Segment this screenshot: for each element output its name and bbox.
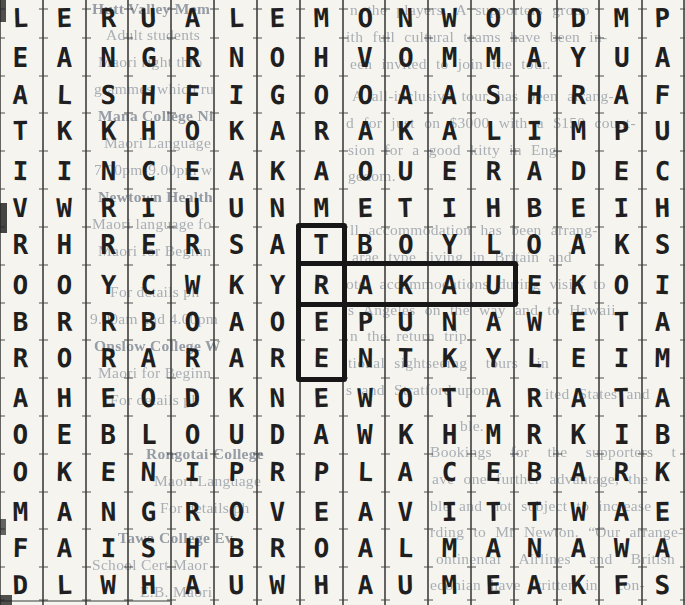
grid-cell-r5c4[interactable]: C xyxy=(127,152,170,190)
grid-cell-r9c4[interactable]: B xyxy=(127,302,170,340)
grid-cell-r2c16[interactable]: A xyxy=(641,39,684,77)
grid-cell-r13c1[interactable]: O xyxy=(0,452,42,491)
grid-cell-r11c12[interactable]: A xyxy=(471,378,515,417)
grid-cell-r16c16[interactable]: S xyxy=(641,566,685,605)
grid-cell-r1c12[interactable]: O xyxy=(471,0,515,37)
grid-cell-r9c6[interactable]: A xyxy=(215,302,258,340)
grid-cell-r14c16[interactable]: E xyxy=(641,492,684,530)
grid-cell-r9c9[interactable]: P xyxy=(343,302,386,340)
grid-cell-r13c8[interactable]: P xyxy=(299,452,343,491)
grid-cell-r4c1[interactable]: T xyxy=(0,112,42,150)
grid-cell-r16c2[interactable]: L xyxy=(42,566,86,605)
grid-cell-r16c6[interactable]: U xyxy=(214,566,258,605)
grid-cell-r10c4[interactable]: A xyxy=(127,339,170,377)
grid-cell-r3c5[interactable]: F xyxy=(171,75,215,114)
grid-cell-r4c2[interactable]: K xyxy=(43,112,86,150)
grid-cell-r7c6[interactable]: S xyxy=(215,226,258,264)
grid-cell-r4c3[interactable]: K xyxy=(86,112,129,150)
grid-cell-r6c7[interactable]: N xyxy=(255,188,299,227)
grid-cell-r13c13[interactable]: B xyxy=(512,452,556,491)
grid-cell-r15c16[interactable]: A xyxy=(641,529,684,567)
grid-cell-r5c12[interactable]: R xyxy=(472,152,515,190)
grid-cell-r15c8[interactable]: O xyxy=(299,529,342,567)
grid-cell-r6c4[interactable]: I xyxy=(127,188,171,227)
grid-cell-r14c13[interactable]: T xyxy=(512,492,555,530)
grid-cell-r16c3[interactable]: W xyxy=(86,566,130,605)
grid-cell-r2c13[interactable]: A xyxy=(513,39,556,77)
grid-cell-r14c11[interactable]: I xyxy=(428,492,471,530)
grid-cell-r4c6[interactable]: K xyxy=(215,112,258,150)
grid-cell-r2c10[interactable]: O xyxy=(384,39,427,77)
grid-cell-r8c3[interactable]: Y xyxy=(86,265,130,304)
grid-cell-r1c6[interactable]: L xyxy=(214,0,258,37)
grid-cell-r1c13[interactable]: O xyxy=(512,0,556,37)
grid-cell-r9c1[interactable]: B xyxy=(0,302,42,340)
grid-cell-r11c3[interactable]: E xyxy=(86,378,130,417)
grid-cell-r1c10[interactable]: N xyxy=(384,0,428,37)
grid-cell-r8c16[interactable]: I xyxy=(641,265,685,304)
grid-cell-r11c15[interactable]: T xyxy=(600,378,644,417)
grid-cell-r10c2[interactable]: O xyxy=(43,339,86,377)
grid-cell-r3c2[interactable]: L xyxy=(42,75,86,114)
grid-cell-r16c9[interactable]: A xyxy=(343,566,387,605)
grid-cell-r1c7[interactable]: E xyxy=(255,0,299,37)
scan-smudge xyxy=(0,0,6,22)
grid-cell-r11c13[interactable]: R xyxy=(512,378,556,417)
grid-cell-r10c7[interactable]: R xyxy=(256,339,299,377)
grid-cell-r2c6[interactable]: N xyxy=(215,39,258,77)
grid-cell-r16c12[interactable]: E xyxy=(471,566,515,605)
grid-cell-r12c5[interactable]: O xyxy=(171,416,214,454)
grid-cell-r8c5[interactable]: W xyxy=(171,265,215,304)
grid-cell-r4c15[interactable]: P xyxy=(600,112,643,150)
grid-cell-r8c2[interactable]: O xyxy=(42,265,86,304)
grid-cell-r8c1[interactable]: O xyxy=(0,265,42,304)
grid-cell-r12c3[interactable]: B xyxy=(87,416,130,454)
grid-cell-r10c12[interactable]: Y xyxy=(472,339,515,377)
grid-cell-r3c14[interactable]: R xyxy=(556,75,600,114)
grid-cell-r13c7[interactable]: R xyxy=(255,452,299,491)
grid-cell-r14c5[interactable]: R xyxy=(171,492,214,530)
grid-cell-r10c6[interactable]: A xyxy=(215,339,258,377)
grid-cell-r6c11[interactable]: I xyxy=(428,188,472,227)
grid-cell-r11c1[interactable]: A xyxy=(0,378,42,417)
grid-cell-r8c4[interactable]: C xyxy=(127,265,171,304)
grid-cell-r9c15[interactable]: T xyxy=(600,302,643,340)
scan-smudge xyxy=(0,600,170,602)
grid-cell-r2c14[interactable]: Y xyxy=(557,39,600,77)
grid-cell-r14c9[interactable]: A xyxy=(343,492,386,530)
grid-cell-r16c14[interactable]: K xyxy=(556,566,600,605)
grid-cell-r10c13[interactable]: L xyxy=(512,339,555,377)
grid-cell-r2c3[interactable]: N xyxy=(87,39,130,77)
grid-cell-r4c12[interactable]: L xyxy=(472,112,515,150)
grid-cell-r9c16[interactable]: A xyxy=(641,302,684,340)
grid-cell-r14c12[interactable]: T xyxy=(472,492,515,530)
grid-cell-r6c8[interactable]: M xyxy=(299,188,343,227)
grid-cell-r11c4[interactable]: O xyxy=(127,378,171,417)
grid-cell-r7c2[interactable]: H xyxy=(43,226,86,264)
grid-cell-r3c11[interactable]: A xyxy=(428,75,472,114)
grid-cell-r11c8[interactable]: E xyxy=(299,378,343,417)
grid-cell-r8c15[interactable]: O xyxy=(600,265,644,304)
grid-cell-r12c15[interactable]: I xyxy=(600,416,643,454)
grid-cell-r15c6[interactable]: B xyxy=(215,529,258,567)
grid-cell-r7c5[interactable]: R xyxy=(171,226,214,264)
grid-cell-r13c2[interactable]: K xyxy=(42,452,86,491)
scan-smudge xyxy=(0,203,7,233)
grid-cell-r13c10[interactable]: A xyxy=(384,452,428,491)
grid-cell-r9c2[interactable]: R xyxy=(43,302,86,340)
grid-cell-r7c7[interactable]: A xyxy=(256,226,299,264)
grid-cell-r1c5[interactable]: A xyxy=(171,0,215,37)
grid-cell-r14c14[interactable]: W xyxy=(556,492,599,530)
grid-cell-r12c1[interactable]: O xyxy=(0,416,42,454)
grid-cell-r10c5[interactable]: R xyxy=(171,339,214,377)
grid-cell-r13c15[interactable]: R xyxy=(600,452,644,491)
grid-cell-r10c15[interactable]: I xyxy=(600,339,643,377)
grid-cell-r2c7[interactable]: O xyxy=(256,39,299,77)
grid-cell-r3c12[interactable]: S xyxy=(471,75,515,114)
grid-cell-r6c12[interactable]: H xyxy=(471,188,515,227)
grid-cell-r16c10[interactable]: U xyxy=(384,566,428,605)
grid-cell-r2c4[interactable]: G xyxy=(127,39,170,77)
grid-cell-r4c8[interactable]: R xyxy=(299,112,342,150)
grid-cell-r3c6[interactable]: I xyxy=(214,75,258,114)
grid-cell-r2c2[interactable]: A xyxy=(43,39,86,77)
grid-cell-r3c7[interactable]: G xyxy=(255,75,299,114)
grid-cell-r15c2[interactable]: A xyxy=(43,529,86,567)
grid-cell-r15c11[interactable]: M xyxy=(428,529,471,567)
grid-cell-r1c3[interactable]: R xyxy=(86,0,130,37)
grid-cell-r5c2[interactable]: I xyxy=(43,152,86,190)
grid-cell-r14c15[interactable]: A xyxy=(600,492,643,530)
grid-cell-r14c2[interactable]: A xyxy=(43,492,86,530)
grid-cell-r12c2[interactable]: E xyxy=(43,416,86,454)
grid-cell-r10c16[interactable]: M xyxy=(641,339,684,377)
grid-cell-r11c14[interactable]: A xyxy=(556,378,600,417)
grid-cell-r14c1[interactable]: M xyxy=(0,492,42,530)
grid-cell-r12c14[interactable]: K xyxy=(557,416,600,454)
grid-cell-r11c16[interactable]: A xyxy=(641,378,685,417)
grid-cell-r1c14[interactable]: D xyxy=(556,0,600,37)
grid-cell-r6c15[interactable]: I xyxy=(600,188,644,227)
grid-cell-r4c5[interactable]: O xyxy=(171,112,214,150)
grid-cell-r13c5[interactable]: I xyxy=(171,452,215,491)
grid-cell-r15c9[interactable]: A xyxy=(343,529,386,567)
grid-cell-r14c4[interactable]: G xyxy=(127,492,170,530)
grid-cell-r3c13[interactable]: H xyxy=(512,75,556,114)
grid-cell-r16c7[interactable]: W xyxy=(255,566,299,605)
grid-cell-r4c4[interactable]: H xyxy=(127,112,170,150)
grid-cell-r11c10[interactable]: O xyxy=(384,378,428,417)
grid-cell-r9c3[interactable]: R xyxy=(86,302,129,340)
grid-cell-r13c16[interactable]: K xyxy=(641,452,685,491)
grid-cell-r8c14[interactable]: K xyxy=(556,265,600,304)
grid-cell-r3c10[interactable]: A xyxy=(384,75,428,114)
grid-cell-r7c13[interactable]: O xyxy=(513,226,556,264)
grid-cell-r11c2[interactable]: H xyxy=(42,378,86,417)
grid-cell-r4c11[interactable]: A xyxy=(428,112,471,150)
grid-cell-r15c10[interactable]: L xyxy=(384,529,427,567)
grid-cell-r2c8[interactable]: H xyxy=(300,39,343,77)
grid-cell-r7c16[interactable]: S xyxy=(641,226,684,264)
grid-cell-r10c9[interactable]: N xyxy=(343,339,386,377)
grid-cell-r9c13[interactable]: W xyxy=(512,302,555,340)
grid-cell-r16c5[interactable]: A xyxy=(171,566,215,605)
grid-cell-r14c8[interactable]: E xyxy=(299,492,342,530)
grid-cell-r16c4[interactable]: H xyxy=(127,566,171,605)
grid-cell-r4c10[interactable]: K xyxy=(384,112,427,150)
grid-cell-r7c11[interactable]: Y xyxy=(428,226,471,264)
grid-cell-r7c12[interactable]: L xyxy=(472,226,515,264)
grid-cell-r1c1[interactable]: L xyxy=(0,0,42,37)
word-search-page: Hutt Valley MemAdult studentsMaori right… xyxy=(0,0,685,605)
grid-cell-r12c4[interactable]: L xyxy=(127,416,170,454)
grid-cell-r6c2[interactable]: W xyxy=(42,188,86,227)
grid-cell-r13c4[interactable]: N xyxy=(127,452,171,491)
grid-cell-r9c11[interactable]: N xyxy=(428,302,471,340)
grid-cell-r3c9[interactable]: O xyxy=(343,75,387,114)
grid-cell-r5c16[interactable]: C xyxy=(641,152,684,190)
grid-cell-r15c13[interactable]: N xyxy=(512,529,555,567)
grid-cell-r12c8[interactable]: A xyxy=(300,416,343,454)
grid-cell-r5c1[interactable]: I xyxy=(0,152,42,190)
grid-cell-r2c12[interactable]: M xyxy=(472,39,515,77)
grid-cell-r9c7[interactable]: O xyxy=(256,302,299,340)
grid-cell-r6c14[interactable]: E xyxy=(556,188,600,227)
grid-cell-r15c5[interactable]: H xyxy=(171,529,214,567)
grid-cell-r7c10[interactable]: O xyxy=(384,226,427,264)
grid-cell-r3c16[interactable]: F xyxy=(641,75,685,114)
scan-smudge xyxy=(0,519,6,535)
grid-cell-r4c16[interactable]: U xyxy=(641,112,684,150)
grid-cell-r10c1[interactable]: R xyxy=(0,339,42,377)
grid-cell-r4c9[interactable]: A xyxy=(343,112,386,150)
grid-cell-r13c12[interactable]: E xyxy=(471,452,515,491)
grid-cell-r15c4[interactable]: S xyxy=(127,529,170,567)
grid-cell-r15c3[interactable]: I xyxy=(86,529,129,567)
grid-cell-r11c6[interactable]: K xyxy=(214,378,258,417)
grid-cell-r13c6[interactable]: P xyxy=(214,452,258,491)
grid-cell-r1c11[interactable]: W xyxy=(428,0,472,37)
grid-cell-r11c9[interactable]: W xyxy=(343,378,387,417)
grid-cell-r2c11[interactable]: M xyxy=(428,39,471,77)
grid-cell-r7c3[interactable]: R xyxy=(87,226,130,264)
grid-cell-r14c10[interactable]: V xyxy=(384,492,427,530)
grid-cell-r1c4[interactable]: U xyxy=(127,0,171,37)
grid-cell-r3c8[interactable]: O xyxy=(299,75,343,114)
grid-cell-r3c15[interactable]: A xyxy=(600,75,644,114)
grid-cell-r10c14[interactable]: E xyxy=(556,339,599,377)
grid-cell-r12c6[interactable]: U xyxy=(215,416,258,454)
grid-cell-r13c9[interactable]: L xyxy=(343,452,387,491)
grid-cell-r6c13[interactable]: B xyxy=(512,188,556,227)
grid-cell-r10c10[interactable]: T xyxy=(384,339,427,377)
grid-cell-r6c5[interactable]: U xyxy=(171,188,215,227)
grid-cell-r9c14[interactable]: E xyxy=(556,302,599,340)
grid-cell-r8c6[interactable]: K xyxy=(214,265,258,304)
grid-cell-r1c16[interactable]: P xyxy=(641,0,685,37)
grid-cell-r1c8[interactable]: M xyxy=(299,0,343,37)
grid-cell-r2c9[interactable]: V xyxy=(344,39,387,77)
grid-cell-r5c9[interactable]: O xyxy=(343,152,386,190)
grid-cell-r12c10[interactable]: K xyxy=(384,416,427,454)
grid-cell-r10c11[interactable]: K xyxy=(428,339,471,377)
grid-cell-r9c5[interactable]: O xyxy=(171,302,214,340)
grid-cell-r12c13[interactable]: R xyxy=(513,416,556,454)
grid-cell-r6c6[interactable]: U xyxy=(214,188,258,227)
grid-cell-r6c3[interactable]: R xyxy=(86,188,130,227)
grid-cell-r16c15[interactable]: F xyxy=(600,566,644,605)
grid-cell-r4c13[interactable]: I xyxy=(512,112,555,150)
grid-cell-r4c14[interactable]: M xyxy=(556,112,599,150)
grid-cell-r5c10[interactable]: U xyxy=(384,152,427,190)
grid-cell-r5c3[interactable]: N xyxy=(86,152,129,190)
grid-cell-r7c15[interactable]: K xyxy=(600,226,643,264)
grid-cell-r7c9[interactable]: B xyxy=(344,226,387,264)
grid-cell-r5c13[interactable]: A xyxy=(512,152,555,190)
grid-cell-r13c11[interactable]: C xyxy=(428,452,472,491)
grid-cell-r5c15[interactable]: E xyxy=(600,152,643,190)
grid-cell-r1c15[interactable]: M xyxy=(600,0,644,37)
grid-cell-r12c11[interactable]: H xyxy=(428,416,471,454)
grid-cell-r2c5[interactable]: R xyxy=(171,39,214,77)
grid-cell-r12c16[interactable]: B xyxy=(641,416,684,454)
grid-cell-r3c1[interactable]: A xyxy=(0,75,42,114)
grid-cell-r5c11[interactable]: E xyxy=(428,152,471,190)
grid-cell-r5c7[interactable]: K xyxy=(256,152,299,190)
grid-cell-r5c8[interactable]: A xyxy=(299,152,342,190)
grid-cell-r14c7[interactable]: V xyxy=(256,492,299,530)
grid-cell-r13c14[interactable]: A xyxy=(556,452,600,491)
grid-cell-r4c7[interactable]: A xyxy=(256,112,299,150)
grid-cell-r15c7[interactable]: R xyxy=(256,529,299,567)
grid-cell-r11c7[interactable]: N xyxy=(255,378,299,417)
grid-cell-r12c7[interactable]: D xyxy=(256,416,299,454)
grid-cell-r1c9[interactable]: O xyxy=(343,0,387,37)
grid-cell-r15c1[interactable]: F xyxy=(0,529,42,567)
grid-cell-r1c2[interactable]: E xyxy=(42,0,86,37)
grid-cell-r9c10[interactable]: U xyxy=(384,302,427,340)
grid-cell-r2c1[interactable]: E xyxy=(0,39,42,77)
grid-cell-r16c13[interactable]: A xyxy=(512,566,556,605)
marked-word-box-rakau xyxy=(296,261,518,307)
grid-cell-r7c4[interactable]: E xyxy=(127,226,170,264)
grid-cell-r3c4[interactable]: H xyxy=(127,75,171,114)
grid-cell-r8c13[interactable]: E xyxy=(512,265,556,304)
grid-cell-r11c11[interactable]: T xyxy=(428,378,472,417)
grid-cell-r15c14[interactable]: A xyxy=(556,529,599,567)
grid-cell-r5c14[interactable]: D xyxy=(556,152,599,190)
grid-cell-r16c11[interactable]: M xyxy=(428,566,472,605)
grid-cell-r2c15[interactable]: U xyxy=(600,39,643,77)
grid-cell-r16c8[interactable]: H xyxy=(299,566,343,605)
grid-cell-r15c12[interactable]: A xyxy=(472,529,515,567)
grid-cell-r14c3[interactable]: N xyxy=(86,492,129,530)
grid-cell-r6c9[interactable]: E xyxy=(343,188,387,227)
grid-cell-r5c6[interactable]: A xyxy=(215,152,258,190)
grid-cell-r15c15[interactable]: W xyxy=(600,529,643,567)
grid-cell-r14c6[interactable]: O xyxy=(215,492,258,530)
grid-cell-r12c9[interactable]: W xyxy=(344,416,387,454)
grid-cell-r3c3[interactable]: S xyxy=(86,75,130,114)
grid-cell-r12c12[interactable]: M xyxy=(472,416,515,454)
grid-cell-r6c16[interactable]: H xyxy=(641,188,685,227)
grid-cell-r13c3[interactable]: E xyxy=(86,452,130,491)
grid-cell-r10c3[interactable]: R xyxy=(86,339,129,377)
grid-cell-r6c10[interactable]: T xyxy=(384,188,428,227)
grid-cell-r5c5[interactable]: E xyxy=(171,152,214,190)
grid-cell-r9c12[interactable]: A xyxy=(472,302,515,340)
grid-cell-r11c5[interactable]: D xyxy=(171,378,215,417)
grid-cell-r8c7[interactable]: Y xyxy=(255,265,299,304)
grid-cell-r7c14[interactable]: A xyxy=(557,226,600,264)
